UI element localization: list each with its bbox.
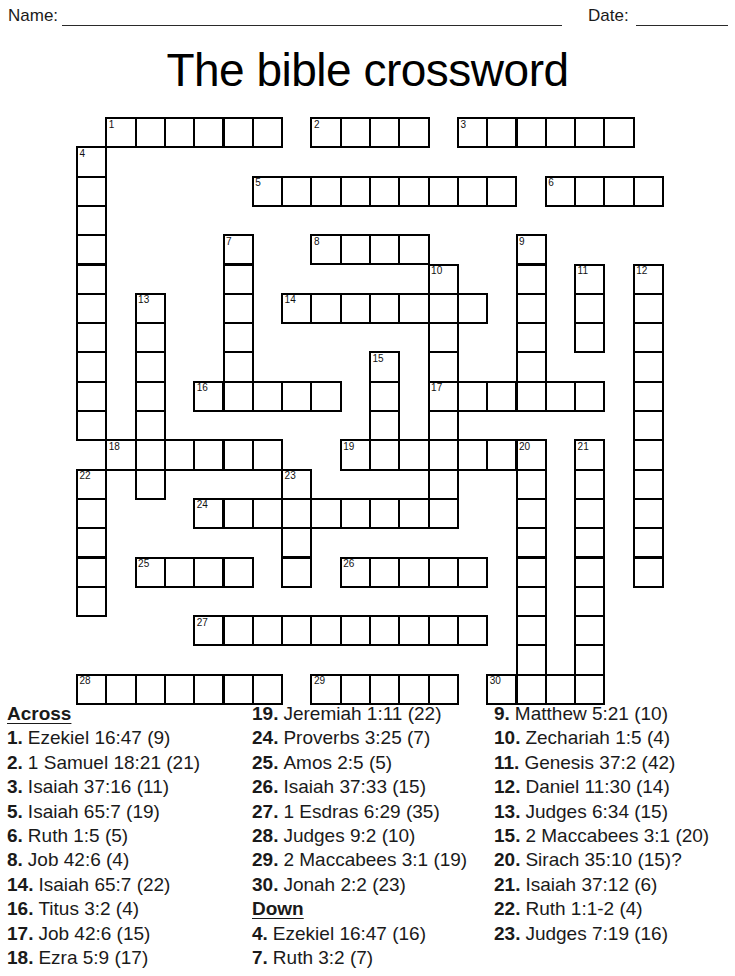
clue-across-27: 27.1 Esdras 6:29 (35) bbox=[252, 800, 467, 824]
cell-7-12[interactable] bbox=[428, 322, 459, 353]
cell-9-0[interactable] bbox=[76, 381, 107, 412]
clue-number: 24. bbox=[252, 727, 278, 748]
clue-number: 16. bbox=[7, 898, 33, 919]
clue-down-9: 9.Matthew 5:21 (10) bbox=[494, 702, 709, 726]
cell-2-18[interactable] bbox=[603, 176, 634, 207]
cell-12-15[interactable] bbox=[516, 469, 547, 500]
cell-15-17[interactable] bbox=[574, 557, 605, 588]
cell-14-7[interactable] bbox=[281, 527, 312, 558]
cell-15-10[interactable] bbox=[369, 557, 400, 588]
cell-17-5[interactable] bbox=[223, 615, 254, 646]
cell-16-15[interactable] bbox=[516, 586, 547, 617]
cell-11-11[interactable] bbox=[398, 439, 429, 470]
cell-13-12[interactable] bbox=[428, 498, 459, 529]
cell-number-17: 17 bbox=[431, 383, 442, 393]
cell-6-9[interactable] bbox=[340, 293, 371, 324]
clue-across-3: 3.Isaiah 37:16 (11) bbox=[7, 775, 200, 799]
cell-10-10[interactable] bbox=[369, 410, 400, 441]
clue-text: 2 Maccabees 3:1 (20) bbox=[525, 825, 709, 846]
cell-7-0[interactable] bbox=[76, 322, 107, 353]
cell-0-16[interactable] bbox=[545, 117, 576, 148]
cell-5-15[interactable] bbox=[516, 264, 547, 295]
cell-7-17[interactable] bbox=[574, 322, 605, 353]
clue-text: Job 42:6 (15) bbox=[38, 923, 150, 944]
cell-6-19[interactable] bbox=[633, 293, 664, 324]
clue-number: 30. bbox=[252, 874, 278, 895]
cell-9-5[interactable] bbox=[223, 381, 254, 412]
cell-11-5[interactable] bbox=[223, 439, 254, 470]
cell-9-6[interactable] bbox=[252, 381, 283, 412]
clue-number: 25. bbox=[252, 752, 278, 773]
clue-down-20: 20.Sirach 35:10 (15)? bbox=[494, 848, 709, 872]
cell-19-4[interactable] bbox=[193, 674, 224, 705]
cell-19-17[interactable] bbox=[574, 674, 605, 705]
clue-text: Daniel 11:30 (14) bbox=[525, 776, 669, 797]
across-header: Across bbox=[7, 703, 71, 724]
cell-19-10[interactable] bbox=[369, 674, 400, 705]
cell-5-0[interactable] bbox=[76, 264, 107, 295]
clue-across-26: 26.Isaiah 37:33 (15) bbox=[252, 775, 467, 799]
cell-6-15[interactable] bbox=[516, 293, 547, 324]
cell-6-17[interactable] bbox=[574, 293, 605, 324]
cell-11-4[interactable] bbox=[193, 439, 224, 470]
cell-17-13[interactable] bbox=[457, 615, 488, 646]
cell-13-10[interactable] bbox=[369, 498, 400, 529]
cell-number-21: 21 bbox=[578, 442, 589, 452]
clue-number: 22. bbox=[494, 898, 520, 919]
clue-down-13: 13.Judges 6:34 (15) bbox=[494, 800, 709, 824]
cell-8-0[interactable] bbox=[76, 351, 107, 382]
cell-4-11[interactable] bbox=[398, 234, 429, 265]
cell-4-0[interactable] bbox=[76, 234, 107, 265]
cell-17-10[interactable] bbox=[369, 615, 400, 646]
cell-0-9[interactable] bbox=[340, 117, 371, 148]
cell-17-11[interactable] bbox=[398, 615, 429, 646]
clue-down-23: 23.Judges 7:19 (16) bbox=[494, 922, 709, 946]
cell-19-2[interactable] bbox=[135, 674, 166, 705]
cell-11-2[interactable] bbox=[135, 439, 166, 470]
clue-number: 18. bbox=[7, 947, 33, 968]
cell-4-10[interactable] bbox=[369, 234, 400, 265]
cell-9-15[interactable] bbox=[516, 381, 547, 412]
cell-number-29: 29 bbox=[314, 676, 325, 686]
cell-9-19[interactable] bbox=[633, 381, 664, 412]
clue-text: Judges 7:19 (16) bbox=[525, 923, 668, 944]
cell-13-8[interactable] bbox=[310, 498, 341, 529]
cell-19-15[interactable] bbox=[516, 674, 547, 705]
clue-number: 12. bbox=[494, 776, 520, 797]
clues-column-1: Across1.Ezekiel 16:47 (9)2.1 Samuel 18:2… bbox=[7, 702, 200, 970]
clue-down-7: 7.Ruth 3:2 (7) bbox=[252, 946, 467, 970]
cell-number-25: 25 bbox=[138, 559, 149, 569]
clue-text: Genesis 37:2 (42) bbox=[524, 752, 675, 773]
clue-across-24: 24.Proverbs 3:25 (7) bbox=[252, 726, 467, 750]
clues-column-3: 9.Matthew 5:21 (10)10.Zechariah 1:5 (4)1… bbox=[494, 702, 709, 946]
cell-0-6[interactable] bbox=[252, 117, 283, 148]
cell-13-19[interactable] bbox=[633, 498, 664, 529]
cell-6-13[interactable] bbox=[457, 293, 488, 324]
cell-2-11[interactable] bbox=[398, 176, 429, 207]
clue-text: Ezekiel 16:47 (16) bbox=[273, 923, 426, 944]
clue-text: Matthew 5:21 (10) bbox=[515, 703, 668, 724]
name-label: Name: bbox=[8, 6, 58, 26]
cell-19-9[interactable] bbox=[340, 674, 371, 705]
cell-14-17[interactable] bbox=[574, 527, 605, 558]
cell-number-5: 5 bbox=[255, 178, 261, 188]
cell-14-19[interactable] bbox=[633, 527, 664, 558]
cell-9-7[interactable] bbox=[281, 381, 312, 412]
cell-19-16[interactable] bbox=[545, 674, 576, 705]
cell-6-11[interactable] bbox=[398, 293, 429, 324]
cell-7-5[interactable] bbox=[223, 322, 254, 353]
cell-8-15[interactable] bbox=[516, 351, 547, 382]
clue-number: 19. bbox=[252, 703, 278, 724]
cell-number-19: 19 bbox=[343, 442, 354, 452]
clue-across-2: 2.1 Samuel 18:21 (21) bbox=[7, 751, 200, 775]
cell-13-7[interactable] bbox=[281, 498, 312, 529]
cell-0-17[interactable] bbox=[574, 117, 605, 148]
clue-text: Jeremiah 1:11 (22) bbox=[283, 703, 441, 724]
cell-6-5[interactable] bbox=[223, 293, 254, 324]
clue-number: 21. bbox=[494, 874, 520, 895]
clue-across-18: 18.Ezra 5:9 (17) bbox=[7, 946, 200, 970]
clue-number: 15. bbox=[494, 825, 520, 846]
cell-11-10[interactable] bbox=[369, 439, 400, 470]
clue-across-5: 5.Isaiah 65:7 (19) bbox=[7, 800, 200, 824]
clue-text: Ruth 3:2 (7) bbox=[273, 947, 373, 968]
clue-text: Isaiah 37:16 (11) bbox=[28, 776, 169, 797]
cell-17-8[interactable] bbox=[310, 615, 341, 646]
cell-12-17[interactable] bbox=[574, 469, 605, 500]
cell-6-8[interactable] bbox=[310, 293, 341, 324]
cell-number-22: 22 bbox=[80, 471, 91, 481]
cell-number-14: 14 bbox=[285, 295, 296, 305]
cell-number-15: 15 bbox=[373, 354, 384, 364]
cell-11-19[interactable] bbox=[633, 439, 664, 470]
clue-text: Sirach 35:10 (15)? bbox=[525, 849, 681, 870]
cell-6-0[interactable] bbox=[76, 293, 107, 324]
cell-number-4: 4 bbox=[80, 149, 86, 159]
clue-down-11: 11.Genesis 37:2 (42) bbox=[494, 751, 709, 775]
cell-11-14[interactable] bbox=[486, 439, 517, 470]
clue-down-21: 21.Isaiah 37:12 (6) bbox=[494, 873, 709, 897]
cell-19-5[interactable] bbox=[223, 674, 254, 705]
clue-number: 23. bbox=[494, 923, 520, 944]
cell-19-11[interactable] bbox=[398, 674, 429, 705]
clue-down-15: 15.2 Maccabees 3:1 (20) bbox=[494, 824, 709, 848]
cell-number-2: 2 bbox=[314, 120, 320, 130]
cell-0-15[interactable] bbox=[516, 117, 547, 148]
cell-4-9[interactable] bbox=[340, 234, 371, 265]
cell-13-0[interactable] bbox=[76, 498, 107, 529]
clue-number: 8. bbox=[7, 849, 23, 870]
cell-number-27: 27 bbox=[197, 618, 208, 628]
clue-text: Ezra 5:9 (17) bbox=[38, 947, 148, 968]
clue-down-12: 12.Daniel 11:30 (14) bbox=[494, 775, 709, 799]
cell-number-7: 7 bbox=[226, 237, 232, 247]
cell-15-19[interactable] bbox=[633, 557, 664, 588]
down-header: Down bbox=[252, 898, 304, 919]
clue-across-19: 19.Jeremiah 1:11 (22) bbox=[252, 702, 467, 726]
clue-number: 28. bbox=[252, 825, 278, 846]
cell-15-5[interactable] bbox=[223, 557, 254, 588]
cell-0-3[interactable] bbox=[164, 117, 195, 148]
date-label: Date: bbox=[588, 6, 629, 26]
clues-column-2: 19.Jeremiah 1:11 (22)24.Proverbs 3:25 (7… bbox=[252, 702, 467, 970]
clue-number: 14. bbox=[7, 874, 33, 895]
cell-number-24: 24 bbox=[197, 500, 208, 510]
across-header-line: Across bbox=[7, 702, 200, 726]
cell-number-10: 10 bbox=[431, 266, 442, 276]
cell-0-4[interactable] bbox=[193, 117, 224, 148]
cell-number-20: 20 bbox=[519, 442, 530, 452]
cell-18-15[interactable] bbox=[516, 644, 547, 675]
down-header-line: Down bbox=[252, 897, 467, 921]
cell-13-5[interactable] bbox=[223, 498, 254, 529]
clue-number: 26. bbox=[252, 776, 278, 797]
cell-15-4[interactable] bbox=[193, 557, 224, 588]
cell-17-9[interactable] bbox=[340, 615, 371, 646]
clue-across-28: 28.Judges 9:2 (10) bbox=[252, 824, 467, 848]
cell-17-6[interactable] bbox=[252, 615, 283, 646]
cell-6-12[interactable] bbox=[428, 293, 459, 324]
cell-15-3[interactable] bbox=[164, 557, 195, 588]
cell-5-5[interactable] bbox=[223, 264, 254, 295]
cell-9-2[interactable] bbox=[135, 381, 166, 412]
name-write-line[interactable] bbox=[62, 25, 562, 26]
cell-2-7[interactable] bbox=[281, 176, 312, 207]
clue-number: 20. bbox=[494, 849, 520, 870]
cell-8-19[interactable] bbox=[633, 351, 664, 382]
cell-number-1: 1 bbox=[109, 120, 115, 130]
clue-text: 1 Samuel 18:21 (21) bbox=[28, 752, 200, 773]
cell-19-12[interactable] bbox=[428, 674, 459, 705]
cell-15-15[interactable] bbox=[516, 557, 547, 588]
cell-8-12[interactable] bbox=[428, 351, 459, 382]
cell-9-13[interactable] bbox=[457, 381, 488, 412]
clue-number: 29. bbox=[252, 849, 278, 870]
cell-9-17[interactable] bbox=[574, 381, 605, 412]
cell-15-13[interactable] bbox=[457, 557, 488, 588]
cell-2-0[interactable] bbox=[76, 176, 107, 207]
clue-across-6: 6.Ruth 1:5 (5) bbox=[7, 824, 200, 848]
clue-across-8: 8.Job 42:6 (4) bbox=[7, 848, 200, 872]
cell-2-10[interactable] bbox=[369, 176, 400, 207]
cell-2-19[interactable] bbox=[633, 176, 664, 207]
clue-number: 7. bbox=[252, 947, 268, 968]
clue-text: Judges 6:34 (15) bbox=[525, 801, 668, 822]
cell-number-6: 6 bbox=[548, 178, 554, 188]
cell-13-15[interactable] bbox=[516, 498, 547, 529]
cell-10-12[interactable] bbox=[428, 410, 459, 441]
date-write-line[interactable] bbox=[636, 25, 728, 26]
cell-number-30: 30 bbox=[490, 676, 501, 686]
clue-across-17: 17.Job 42:6 (15) bbox=[7, 922, 200, 946]
clue-text: Isaiah 65:7 (22) bbox=[38, 874, 170, 895]
clue-down-22: 22.Ruth 1:1-2 (4) bbox=[494, 897, 709, 921]
clue-down-10: 10.Zechariah 1:5 (4) bbox=[494, 726, 709, 750]
cell-9-10[interactable] bbox=[369, 381, 400, 412]
cell-11-3[interactable] bbox=[164, 439, 195, 470]
clue-text: Titus 3:2 (4) bbox=[38, 898, 139, 919]
clue-number: 11. bbox=[494, 752, 519, 773]
cell-9-14[interactable] bbox=[486, 381, 517, 412]
cell-6-10[interactable] bbox=[369, 293, 400, 324]
cell-11-6[interactable] bbox=[252, 439, 283, 470]
clue-across-29: 29.2 Maccabees 3:1 (19) bbox=[252, 848, 467, 872]
clue-across-14: 14.Isaiah 65:7 (22) bbox=[7, 873, 200, 897]
clue-number: 9. bbox=[494, 703, 510, 724]
clue-across-25: 25.Amos 2:5 (5) bbox=[252, 751, 467, 775]
cell-number-8: 8 bbox=[314, 237, 320, 247]
clue-down-4: 4.Ezekiel 16:47 (16) bbox=[252, 922, 467, 946]
cell-10-2[interactable] bbox=[135, 410, 166, 441]
clue-across-1: 1.Ezekiel 16:47 (9) bbox=[7, 726, 200, 750]
cell-9-16[interactable] bbox=[545, 381, 576, 412]
cell-16-0[interactable] bbox=[76, 586, 107, 617]
clue-text: Proverbs 3:25 (7) bbox=[283, 727, 430, 748]
cell-0-2[interactable] bbox=[135, 117, 166, 148]
cell-2-13[interactable] bbox=[457, 176, 488, 207]
cell-19-3[interactable] bbox=[164, 674, 195, 705]
cell-8-5[interactable] bbox=[223, 351, 254, 382]
cell-10-0[interactable] bbox=[76, 410, 107, 441]
cell-18-17[interactable] bbox=[574, 644, 605, 675]
clue-number: 27. bbox=[252, 801, 278, 822]
cell-14-0[interactable] bbox=[76, 527, 107, 558]
cell-14-15[interactable] bbox=[516, 527, 547, 558]
cell-10-19[interactable] bbox=[633, 410, 664, 441]
cell-number-18: 18 bbox=[109, 442, 120, 452]
crossword-grid: 1234567891011121314151617181920212223242… bbox=[76, 117, 666, 707]
clue-across-16: 16.Titus 3:2 (4) bbox=[7, 897, 200, 921]
cell-8-2[interactable] bbox=[135, 351, 166, 382]
cell-2-14[interactable] bbox=[486, 176, 517, 207]
cell-16-17[interactable] bbox=[574, 586, 605, 617]
cell-2-12[interactable] bbox=[428, 176, 459, 207]
cell-11-13[interactable] bbox=[457, 439, 488, 470]
clue-text: Ezekiel 16:47 (9) bbox=[28, 727, 171, 748]
cell-7-19[interactable] bbox=[633, 322, 664, 353]
clue-text: 1 Esdras 6:29 (35) bbox=[283, 801, 439, 822]
cell-0-5[interactable] bbox=[223, 117, 254, 148]
cell-15-0[interactable] bbox=[76, 557, 107, 588]
cell-13-9[interactable] bbox=[340, 498, 371, 529]
clue-number: 1. bbox=[7, 727, 23, 748]
cell-2-8[interactable] bbox=[310, 176, 341, 207]
clue-number: 10. bbox=[494, 727, 520, 748]
cell-2-9[interactable] bbox=[340, 176, 371, 207]
cell-0-11[interactable] bbox=[398, 117, 429, 148]
clue-number: 6. bbox=[7, 825, 23, 846]
clue-text: Isaiah 37:12 (6) bbox=[525, 874, 657, 895]
cell-number-3: 3 bbox=[460, 120, 466, 130]
cell-7-15[interactable] bbox=[516, 322, 547, 353]
clue-text: Job 42:6 (4) bbox=[28, 849, 129, 870]
cell-17-12[interactable] bbox=[428, 615, 459, 646]
clue-number: 4. bbox=[252, 923, 268, 944]
cell-13-17[interactable] bbox=[574, 498, 605, 529]
clue-text: Ruth 1:1-2 (4) bbox=[525, 898, 642, 919]
cell-12-12[interactable] bbox=[428, 469, 459, 500]
clue-number: 5. bbox=[7, 801, 23, 822]
cell-19-6[interactable] bbox=[252, 674, 283, 705]
cell-number-28: 28 bbox=[80, 676, 91, 686]
cell-3-0[interactable] bbox=[76, 205, 107, 236]
clue-text: Ruth 1:5 (5) bbox=[28, 825, 128, 846]
clue-text: Amos 2:5 (5) bbox=[283, 752, 392, 773]
cell-17-7[interactable] bbox=[281, 615, 312, 646]
cell-number-16: 16 bbox=[197, 383, 208, 393]
cell-0-14[interactable] bbox=[486, 117, 517, 148]
cell-7-2[interactable] bbox=[135, 322, 166, 353]
clue-text: Isaiah 37:33 (15) bbox=[283, 776, 426, 797]
clue-text: Zechariah 1:5 (4) bbox=[525, 727, 670, 748]
cell-number-23: 23 bbox=[285, 471, 296, 481]
cell-2-17[interactable] bbox=[574, 176, 605, 207]
cell-number-11: 11 bbox=[578, 266, 588, 276]
cell-0-18[interactable] bbox=[603, 117, 634, 148]
cell-12-19[interactable] bbox=[633, 469, 664, 500]
clue-number: 17. bbox=[7, 923, 33, 944]
cell-13-6[interactable] bbox=[252, 498, 283, 529]
cell-9-8[interactable] bbox=[310, 381, 341, 412]
cell-number-26: 26 bbox=[343, 559, 354, 569]
cell-12-2[interactable] bbox=[135, 469, 166, 500]
cell-0-10[interactable] bbox=[369, 117, 400, 148]
clue-across-30: 30.Jonah 2:2 (23) bbox=[252, 873, 467, 897]
cell-15-11[interactable] bbox=[398, 557, 429, 588]
page-title: The bible crossword bbox=[0, 44, 735, 96]
cell-11-12[interactable] bbox=[428, 439, 459, 470]
cell-number-13: 13 bbox=[138, 295, 149, 305]
clue-number: 2. bbox=[7, 752, 23, 773]
cell-15-7[interactable] bbox=[281, 557, 312, 588]
clue-text: Judges 9:2 (10) bbox=[283, 825, 415, 846]
clue-text: 2 Maccabees 3:1 (19) bbox=[283, 849, 467, 870]
clue-number: 3. bbox=[7, 776, 23, 797]
cell-17-15[interactable] bbox=[516, 615, 547, 646]
cell-number-12: 12 bbox=[636, 266, 647, 276]
cell-19-1[interactable] bbox=[105, 674, 136, 705]
cell-15-12[interactable] bbox=[428, 557, 459, 588]
cell-17-17[interactable] bbox=[574, 615, 605, 646]
cell-13-11[interactable] bbox=[398, 498, 429, 529]
clue-text: Jonah 2:2 (23) bbox=[283, 874, 406, 895]
clue-number: 13. bbox=[494, 801, 520, 822]
clue-text: Isaiah 65:7 (19) bbox=[28, 801, 160, 822]
cell-number-9: 9 bbox=[519, 237, 525, 247]
